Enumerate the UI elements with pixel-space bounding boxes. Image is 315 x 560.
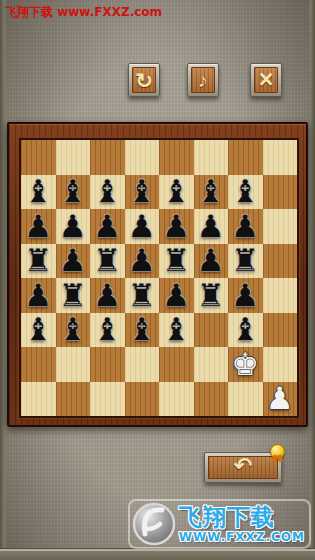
square-g5[interactable]: ♜ [228, 244, 263, 279]
square-d6[interactable]: ♟ [125, 209, 160, 244]
square-d3[interactable]: ♝ [125, 313, 160, 348]
square-a6[interactable]: ♟ [21, 209, 56, 244]
square-f3[interactable] [194, 313, 229, 348]
piece-black-rook[interactable]: ♜ [231, 245, 259, 276]
square-g7[interactable]: ♝ [228, 175, 263, 210]
square-d2[interactable] [125, 347, 160, 382]
piece-black-pawn[interactable]: ♟ [162, 211, 190, 242]
square-b7[interactable]: ♝ [56, 175, 91, 210]
restart-button[interactable]: ↻ [128, 63, 160, 97]
game-screen: 飞翔下载 www.FXXZ.com ↻ ♪ × ♝♝♝♝♝♝♝♟♟♟♟♟♟♟♜♟… [0, 0, 315, 560]
square-a8[interactable] [21, 140, 56, 175]
square-e8[interactable] [159, 140, 194, 175]
piece-black-bishop[interactable]: ♝ [59, 176, 87, 207]
restart-button-face: ↻ [132, 67, 156, 93]
square-f8[interactable] [194, 140, 229, 175]
square-c2[interactable] [90, 347, 125, 382]
square-h2[interactable] [263, 347, 298, 382]
left-edge-bevel [0, 0, 7, 560]
square-b6[interactable]: ♟ [56, 209, 91, 244]
square-d5[interactable]: ♟ [125, 244, 160, 279]
square-h1[interactable]: ♟ [263, 382, 298, 417]
square-c4[interactable]: ♟ [90, 278, 125, 313]
piece-black-pawn[interactable]: ♟ [93, 280, 121, 311]
piece-black-bishop[interactable]: ♝ [162, 176, 190, 207]
square-f4[interactable]: ♜ [194, 278, 229, 313]
piece-black-pawn[interactable]: ♟ [59, 211, 87, 242]
piece-black-bishop[interactable]: ♝ [231, 176, 259, 207]
piece-black-pawn[interactable]: ♟ [128, 245, 156, 276]
square-g4[interactable]: ♟ [228, 278, 263, 313]
square-f1[interactable] [194, 382, 229, 417]
piece-black-bishop[interactable]: ♝ [128, 176, 156, 207]
medal-badge-icon [270, 444, 285, 459]
piece-black-pawn[interactable]: ♟ [59, 245, 87, 276]
square-h8[interactable] [263, 140, 298, 175]
square-d8[interactable] [125, 140, 160, 175]
square-a2[interactable] [21, 347, 56, 382]
square-a1[interactable] [21, 382, 56, 417]
piece-black-pawn[interactable]: ♟ [231, 211, 259, 242]
music-button[interactable]: ♪ [187, 63, 219, 97]
square-b8[interactable] [56, 140, 91, 175]
square-c8[interactable] [90, 140, 125, 175]
top-watermark-text: 飞翔下载 www.FXXZ.com [5, 4, 162, 21]
square-a5[interactable]: ♜ [21, 244, 56, 279]
undo-button-face: ↶ [208, 456, 278, 479]
brand-logo-icon [132, 502, 176, 546]
piece-black-pawn[interactable]: ♟ [231, 280, 259, 311]
chess-board[interactable]: ♝♝♝♝♝♝♝♟♟♟♟♟♟♟♜♟♜♟♜♟♜♟♜♟♜♟♜♟♝♝♝♝♝♝♚♟ [21, 140, 297, 416]
music-note-icon: ♪ [198, 71, 208, 90]
square-g3[interactable]: ♝ [228, 313, 263, 348]
close-icon: × [259, 67, 274, 92]
bottom-watermark-logo: 飞翔下载 WWW.FXXZ.COM [128, 499, 311, 549]
piece-black-rook[interactable]: ♜ [93, 245, 121, 276]
square-g8[interactable] [228, 140, 263, 175]
square-c3[interactable]: ♝ [90, 313, 125, 348]
piece-black-rook[interactable]: ♜ [162, 245, 190, 276]
square-h5[interactable] [263, 244, 298, 279]
brand-title: 飞翔下载 [179, 506, 275, 529]
square-f7[interactable]: ♝ [194, 175, 229, 210]
square-e2[interactable] [159, 347, 194, 382]
square-b2[interactable] [56, 347, 91, 382]
square-h4[interactable] [263, 278, 298, 313]
square-g1[interactable] [228, 382, 263, 417]
close-button[interactable]: × [250, 63, 282, 97]
square-a7[interactable]: ♝ [21, 175, 56, 210]
square-e5[interactable]: ♜ [159, 244, 194, 279]
square-f6[interactable]: ♟ [194, 209, 229, 244]
bottom-edge-bevel [0, 548, 315, 560]
piece-black-bishop[interactable]: ♝ [128, 314, 156, 345]
square-e1[interactable] [159, 382, 194, 417]
square-d1[interactable] [125, 382, 160, 417]
brand-text-block: 飞翔下载 WWW.FXXZ.COM [179, 506, 305, 543]
piece-black-bishop[interactable]: ♝ [93, 176, 121, 207]
restart-icon: ↻ [135, 70, 153, 91]
square-b1[interactable] [56, 382, 91, 417]
close-button-face: × [254, 67, 278, 93]
square-d7[interactable]: ♝ [125, 175, 160, 210]
square-h6[interactable] [263, 209, 298, 244]
square-a3[interactable]: ♝ [21, 313, 56, 348]
piece-black-rook[interactable]: ♜ [128, 280, 156, 311]
square-f5[interactable]: ♟ [194, 244, 229, 279]
piece-black-pawn[interactable]: ♟ [24, 211, 52, 242]
brand-url: WWW.FXXZ.COM [179, 531, 305, 543]
square-b3[interactable]: ♝ [56, 313, 91, 348]
piece-black-pawn[interactable]: ♟ [197, 245, 225, 276]
piece-black-bishop[interactable]: ♝ [197, 176, 225, 207]
square-h7[interactable] [263, 175, 298, 210]
square-b4[interactable]: ♜ [56, 278, 91, 313]
piece-black-rook[interactable]: ♜ [197, 280, 225, 311]
square-c5[interactable]: ♜ [90, 244, 125, 279]
square-g2[interactable]: ♚ [228, 347, 263, 382]
square-d4[interactable]: ♜ [125, 278, 160, 313]
chess-board-frame: ♝♝♝♝♝♝♝♟♟♟♟♟♟♟♜♟♜♟♜♟♜♟♜♟♜♟♜♟♝♝♝♝♝♝♚♟ [7, 122, 308, 427]
undo-button[interactable]: ↶ [204, 452, 282, 483]
piece-white-pawn[interactable]: ♟ [266, 383, 294, 414]
piece-white-king[interactable]: ♚ [231, 349, 259, 380]
piece-black-rook[interactable]: ♜ [24, 245, 52, 276]
square-g6[interactable]: ♟ [228, 209, 263, 244]
square-a4[interactable]: ♟ [21, 278, 56, 313]
piece-black-bishop[interactable]: ♝ [59, 314, 87, 345]
piece-black-pawn[interactable]: ♟ [128, 211, 156, 242]
piece-black-bishop[interactable]: ♝ [231, 314, 259, 345]
square-e4[interactable]: ♟ [159, 278, 194, 313]
piece-black-bishop[interactable]: ♝ [24, 176, 52, 207]
piece-black-pawn[interactable]: ♟ [162, 280, 190, 311]
music-button-face: ♪ [191, 67, 215, 93]
piece-black-pawn[interactable]: ♟ [93, 211, 121, 242]
square-c7[interactable]: ♝ [90, 175, 125, 210]
piece-black-bishop[interactable]: ♝ [24, 314, 52, 345]
undo-arrow-icon: ↶ [234, 455, 252, 477]
piece-black-rook[interactable]: ♜ [59, 280, 87, 311]
square-h3[interactable] [263, 313, 298, 348]
square-f2[interactable] [194, 347, 229, 382]
square-b5[interactable]: ♟ [56, 244, 91, 279]
square-e7[interactable]: ♝ [159, 175, 194, 210]
piece-black-bishop[interactable]: ♝ [162, 314, 190, 345]
piece-black-pawn[interactable]: ♟ [24, 280, 52, 311]
square-e6[interactable]: ♟ [159, 209, 194, 244]
square-c1[interactable] [90, 382, 125, 417]
square-c6[interactable]: ♟ [90, 209, 125, 244]
piece-black-pawn[interactable]: ♟ [197, 211, 225, 242]
piece-black-bishop[interactable]: ♝ [93, 314, 121, 345]
right-edge-bevel [308, 0, 315, 560]
square-e3[interactable]: ♝ [159, 313, 194, 348]
